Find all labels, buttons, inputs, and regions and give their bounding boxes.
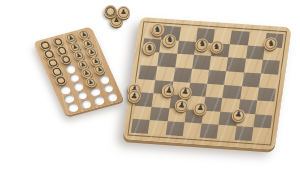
engraved-rim-circle-icon [61,55,72,64]
board-square[interactable] [138,65,157,80]
board-square[interactable] [230,30,249,45]
board-square[interactable] [261,60,280,75]
board-square[interactable] [150,107,169,122]
board-square[interactable] [242,72,261,87]
board-square[interactable] [133,106,152,121]
pawn-glyph-icon: ♟ [181,88,189,96]
board-square[interactable] [259,73,278,88]
tray-hole [66,102,79,112]
board-square[interactable] [148,120,167,135]
board-square[interactable] [156,66,175,81]
board-square[interactable] [131,119,150,134]
board-square[interactable] [257,87,276,102]
board-square[interactable] [234,126,253,141]
knight-glyph-icon: ♞ [166,36,174,44]
board-square[interactable] [223,85,242,100]
pawn-glyph-icon: ♟ [130,92,138,100]
board-square[interactable] [207,70,226,85]
board-square[interactable] [200,124,219,139]
board-square[interactable] [253,114,272,129]
pawn-glyph-icon: ♟ [165,86,173,94]
knight-glyph-icon: ♞ [153,25,161,33]
board-square[interactable] [192,55,211,70]
board-square[interactable] [209,56,228,71]
board-square[interactable] [240,86,259,101]
board-square[interactable] [226,58,245,73]
tray-hole [92,95,105,105]
pawn-glyph-icon: ♟ [120,9,126,16]
board-square[interactable] [190,69,209,84]
tray-hole [79,99,92,109]
board-square[interactable] [251,128,270,143]
engraved-rim-circle-icon [105,6,116,17]
board-square[interactable] [205,83,224,98]
knight-glyph-icon: ♞ [267,39,275,47]
product-photo-stage: ♟♟♟♟♟♟♟♟♟♟♟ ♟♟ ♞♞♞♞♞♞♟♟♟♟♟♟♟ [0,0,300,169]
piece-storage-tray: ♟♟♟♟♟♟♟♟♟♟♟ [33,26,124,116]
board-square[interactable] [182,123,201,138]
board-square[interactable] [173,67,192,82]
board-square[interactable] [245,45,264,60]
board-square[interactable] [179,27,198,42]
board-square[interactable] [244,59,263,74]
checkers-board: ♞♞♞♞♞♞♟♟♟♟♟♟♟ [123,17,292,150]
board-square[interactable] [175,54,194,69]
board-square[interactable] [217,125,236,140]
tray-slot [103,91,120,103]
pawn-glyph-icon: ♟ [177,101,185,109]
engraved-rim-circle-icon [55,76,66,85]
tray-hole [105,92,118,102]
knight-glyph-icon: ♞ [213,42,221,50]
board-square[interactable] [255,100,274,115]
checker-disc[interactable]: ♟ [117,6,130,19]
board-square[interactable] [177,40,196,55]
board-square[interactable] [228,44,247,59]
knight-glyph-icon: ♞ [146,44,154,52]
checker-disc[interactable] [104,5,117,18]
tray-hole-grid: ♟♟♟♟♟♟♟♟♟♟♟ [37,29,120,113]
knight-glyph-icon: ♞ [198,40,206,48]
board-square[interactable] [165,122,184,137]
pawn-glyph-icon: ♟ [196,104,204,112]
pawn-glyph-icon: ♟ [234,111,242,119]
board-square[interactable] [158,53,177,68]
board-square[interactable] [224,71,243,86]
